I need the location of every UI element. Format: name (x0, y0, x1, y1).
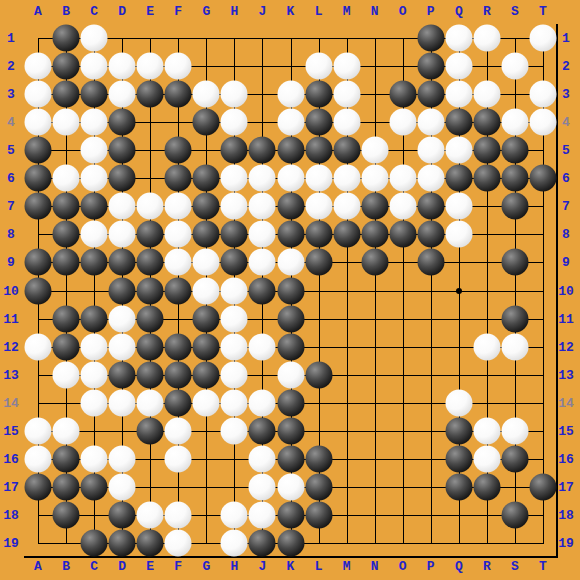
stone-white-A15[interactable] (25, 417, 52, 444)
stone-black-L8[interactable] (305, 221, 332, 248)
stone-black-J19[interactable] (249, 530, 276, 557)
stone-white-M3[interactable] (333, 81, 360, 108)
column-label-bottom: H (230, 560, 238, 573)
stone-white-J17[interactable] (249, 473, 276, 500)
stone-white-G10[interactable] (193, 277, 220, 304)
stone-black-M8[interactable] (333, 221, 360, 248)
stone-black-F10[interactable] (165, 277, 192, 304)
stone-white-G3[interactable] (193, 81, 220, 108)
stone-white-A4[interactable] (25, 109, 52, 136)
stone-white-H7[interactable] (221, 193, 248, 220)
column-label-top: E (146, 5, 154, 18)
column-label-bottom: M (343, 560, 351, 573)
stone-black-L4[interactable] (305, 109, 332, 136)
stone-white-M6[interactable] (333, 165, 360, 192)
stone-black-B2[interactable] (53, 53, 80, 80)
stone-black-F14[interactable] (165, 389, 192, 416)
stone-white-F16[interactable] (165, 445, 192, 472)
stone-white-J12[interactable] (249, 333, 276, 360)
stone-white-B15[interactable] (53, 417, 80, 444)
stone-black-P8[interactable] (417, 221, 444, 248)
stone-white-H11[interactable] (221, 305, 248, 332)
row-label-left: 12 (3, 340, 19, 353)
column-label-top: N (371, 5, 379, 18)
column-label-top: M (343, 5, 351, 18)
stone-black-G8[interactable] (193, 221, 220, 248)
stone-white-D17[interactable] (109, 473, 136, 500)
stone-black-G6[interactable] (193, 165, 220, 192)
stone-white-P4[interactable] (417, 109, 444, 136)
column-label-top: D (118, 5, 126, 18)
stone-black-K8[interactable] (277, 221, 304, 248)
stone-black-A5[interactable] (25, 137, 52, 164)
stone-white-F18[interactable] (165, 501, 192, 528)
column-label-top: S (511, 5, 519, 18)
stone-black-C19[interactable] (81, 530, 108, 557)
stone-black-G11[interactable] (193, 305, 220, 332)
row-label-left: 5 (7, 144, 15, 157)
row-label-right: 17 (558, 480, 574, 493)
stone-white-E2[interactable] (137, 53, 164, 80)
stone-white-A3[interactable] (25, 81, 52, 108)
stone-white-F8[interactable] (165, 221, 192, 248)
stone-black-K11[interactable] (277, 305, 304, 332)
stone-black-B7[interactable] (53, 193, 80, 220)
row-label-left: 11 (3, 312, 19, 325)
stone-black-Q17[interactable] (445, 473, 472, 500)
stone-black-P7[interactable] (417, 193, 444, 220)
stone-black-R17[interactable] (473, 473, 500, 500)
row-label-right: 15 (558, 424, 574, 437)
stone-white-N6[interactable] (361, 165, 388, 192)
stone-black-J5[interactable] (249, 137, 276, 164)
stone-black-T17[interactable] (530, 473, 557, 500)
stone-white-D14[interactable] (109, 389, 136, 416)
stone-black-F6[interactable] (165, 165, 192, 192)
stone-black-S16[interactable] (501, 445, 528, 472)
stone-black-C7[interactable] (81, 193, 108, 220)
column-label-top: H (230, 5, 238, 18)
stone-black-A17[interactable] (25, 473, 52, 500)
column-label-bottom: J (259, 560, 267, 573)
column-label-bottom: R (483, 560, 491, 573)
stone-white-D12[interactable] (109, 333, 136, 360)
stone-black-E11[interactable] (137, 305, 164, 332)
stone-black-P3[interactable] (417, 81, 444, 108)
stone-white-J8[interactable] (249, 221, 276, 248)
stone-white-J14[interactable] (249, 389, 276, 416)
row-label-right: 1 (562, 32, 570, 45)
stone-black-L13[interactable] (305, 361, 332, 388)
stone-black-K7[interactable] (277, 193, 304, 220)
stone-white-A2[interactable] (25, 53, 52, 80)
column-label-bottom: A (34, 560, 42, 573)
stone-white-H13[interactable] (221, 361, 248, 388)
row-label-left: 7 (7, 200, 15, 213)
stone-white-H12[interactable] (221, 333, 248, 360)
stone-black-R4[interactable] (473, 109, 500, 136)
column-label-bottom: D (118, 560, 126, 573)
row-label-right: 5 (562, 144, 570, 157)
star-point (456, 288, 462, 294)
stone-black-E12[interactable] (137, 333, 164, 360)
stone-white-K4[interactable] (277, 109, 304, 136)
stone-white-T4[interactable] (530, 109, 557, 136)
stone-white-P5[interactable] (417, 137, 444, 164)
column-label-bottom: T (539, 560, 547, 573)
stone-white-T3[interactable] (530, 81, 557, 108)
stone-white-S2[interactable] (501, 53, 528, 80)
grid-line-vertical (375, 38, 376, 544)
row-label-left: 18 (3, 508, 19, 521)
stone-white-F19[interactable] (165, 530, 192, 557)
row-label-right: 19 (558, 537, 574, 550)
stone-black-L5[interactable] (305, 137, 332, 164)
row-label-right: 4 (562, 116, 570, 129)
stone-black-E19[interactable] (137, 530, 164, 557)
stone-white-L2[interactable] (305, 53, 332, 80)
stone-white-C13[interactable] (81, 361, 108, 388)
stone-black-C9[interactable] (81, 249, 108, 276)
stone-white-K17[interactable] (277, 473, 304, 500)
column-label-bottom: K (287, 560, 295, 573)
stone-white-D2[interactable] (109, 53, 136, 80)
stone-black-A7[interactable] (25, 193, 52, 220)
stone-black-Q6[interactable] (445, 165, 472, 192)
row-label-right: 6 (562, 172, 570, 185)
row-label-left: 8 (7, 228, 15, 241)
column-label-bottom: S (511, 560, 519, 573)
stone-black-K18[interactable] (277, 501, 304, 528)
stone-white-B6[interactable] (53, 165, 80, 192)
column-label-bottom: C (90, 560, 98, 573)
row-label-right: 12 (558, 340, 574, 353)
row-label-right: 7 (562, 200, 570, 213)
stone-black-G7[interactable] (193, 193, 220, 220)
stone-white-E7[interactable] (137, 193, 164, 220)
stone-black-A6[interactable] (25, 165, 52, 192)
stone-white-B4[interactable] (53, 109, 80, 136)
stone-black-G12[interactable] (193, 333, 220, 360)
stone-white-J9[interactable] (249, 249, 276, 276)
column-label-top: Q (455, 5, 463, 18)
stone-white-Q8[interactable] (445, 221, 472, 248)
stone-white-K13[interactable] (277, 361, 304, 388)
stone-white-J16[interactable] (249, 445, 276, 472)
stone-black-F5[interactable] (165, 137, 192, 164)
stone-white-T1[interactable] (530, 25, 557, 52)
stone-black-T6[interactable] (530, 165, 557, 192)
stone-white-C8[interactable] (81, 221, 108, 248)
stone-black-B16[interactable] (53, 445, 80, 472)
stone-white-J7[interactable] (249, 193, 276, 220)
stone-black-D19[interactable] (109, 530, 136, 557)
stone-white-J18[interactable] (249, 501, 276, 528)
stone-white-C1[interactable] (81, 25, 108, 52)
stone-white-F9[interactable] (165, 249, 192, 276)
column-label-bottom: Q (455, 560, 463, 573)
stone-white-A12[interactable] (25, 333, 52, 360)
stone-black-D4[interactable] (109, 109, 136, 136)
stone-black-E15[interactable] (137, 417, 164, 444)
stone-black-L18[interactable] (305, 501, 332, 528)
row-label-left: 15 (3, 424, 19, 437)
stone-black-L17[interactable] (305, 473, 332, 500)
stone-white-P6[interactable] (417, 165, 444, 192)
stone-black-B18[interactable] (53, 501, 80, 528)
stone-black-S7[interactable] (501, 193, 528, 220)
stone-black-B8[interactable] (53, 221, 80, 248)
stone-black-C17[interactable] (81, 473, 108, 500)
stone-black-N7[interactable] (361, 193, 388, 220)
stone-white-D16[interactable] (109, 445, 136, 472)
stone-black-P1[interactable] (417, 25, 444, 52)
stone-black-K5[interactable] (277, 137, 304, 164)
row-label-right: 3 (562, 88, 570, 101)
stone-white-K3[interactable] (277, 81, 304, 108)
stone-black-S6[interactable] (501, 165, 528, 192)
row-label-left: 16 (3, 452, 19, 465)
stone-white-G14[interactable] (193, 389, 220, 416)
row-label-left: 4 (7, 116, 15, 129)
row-label-right: 10 (558, 284, 574, 297)
stone-black-D9[interactable] (109, 249, 136, 276)
stone-white-F15[interactable] (165, 417, 192, 444)
stone-black-R5[interactable] (473, 137, 500, 164)
stone-white-Q1[interactable] (445, 25, 472, 52)
stone-black-L9[interactable] (305, 249, 332, 276)
stone-black-H5[interactable] (221, 137, 248, 164)
stone-white-J6[interactable] (249, 165, 276, 192)
row-label-left: 10 (3, 284, 19, 297)
row-label-left: 6 (7, 172, 15, 185)
stone-black-M5[interactable] (333, 137, 360, 164)
stone-white-Q5[interactable] (445, 137, 472, 164)
column-label-top: F (174, 5, 182, 18)
row-label-right: 13 (558, 368, 574, 381)
stone-black-J10[interactable] (249, 277, 276, 304)
stone-black-D10[interactable] (109, 277, 136, 304)
row-label-right: 9 (562, 256, 570, 269)
stone-black-R6[interactable] (473, 165, 500, 192)
row-label-right: 16 (558, 452, 574, 465)
row-label-right: 11 (558, 312, 574, 325)
stone-white-O4[interactable] (389, 109, 416, 136)
go-board[interactable]: AABBCCDDEEFFGGHHJJKKLLMMNNOOPPQQRRSSTT11… (0, 0, 580, 580)
stone-white-L6[interactable] (305, 165, 332, 192)
stone-black-B11[interactable] (53, 305, 80, 332)
stone-white-K9[interactable] (277, 249, 304, 276)
stone-black-P9[interactable] (417, 249, 444, 276)
stone-black-C11[interactable] (81, 305, 108, 332)
column-label-bottom: B (62, 560, 70, 573)
stone-black-A9[interactable] (25, 249, 52, 276)
column-label-top: K (287, 5, 295, 18)
stone-black-B12[interactable] (53, 333, 80, 360)
stone-white-N5[interactable] (361, 137, 388, 164)
stone-black-E10[interactable] (137, 277, 164, 304)
stone-black-E13[interactable] (137, 361, 164, 388)
row-label-left: 1 (7, 32, 15, 45)
stone-black-G4[interactable] (193, 109, 220, 136)
stone-black-K14[interactable] (277, 389, 304, 416)
stone-white-C14[interactable] (81, 389, 108, 416)
stone-white-C16[interactable] (81, 445, 108, 472)
stone-white-Q3[interactable] (445, 81, 472, 108)
stone-white-Q2[interactable] (445, 53, 472, 80)
stone-black-K10[interactable] (277, 277, 304, 304)
stone-white-H18[interactable] (221, 501, 248, 528)
stone-white-C5[interactable] (81, 137, 108, 164)
stone-white-D7[interactable] (109, 193, 136, 220)
stone-black-F12[interactable] (165, 333, 192, 360)
row-label-right: 14 (558, 396, 574, 409)
column-label-bottom: G (202, 560, 210, 573)
stone-black-L16[interactable] (305, 445, 332, 472)
stone-black-E9[interactable] (137, 249, 164, 276)
stone-white-R1[interactable] (473, 25, 500, 52)
stone-black-Q4[interactable] (445, 109, 472, 136)
stone-white-K6[interactable] (277, 165, 304, 192)
column-label-top: P (427, 5, 435, 18)
stone-black-D18[interactable] (109, 501, 136, 528)
stone-white-F2[interactable] (165, 53, 192, 80)
stone-white-Q14[interactable] (445, 389, 472, 416)
stone-white-L7[interactable] (305, 193, 332, 220)
column-label-top: A (34, 5, 42, 18)
stone-black-G13[interactable] (193, 361, 220, 388)
column-label-top: R (483, 5, 491, 18)
stone-black-O3[interactable] (389, 81, 416, 108)
stone-white-Q7[interactable] (445, 193, 472, 220)
stone-white-S15[interactable] (501, 417, 528, 444)
stone-white-E14[interactable] (137, 389, 164, 416)
column-label-bottom: P (427, 560, 435, 573)
stone-black-J15[interactable] (249, 417, 276, 444)
row-label-left: 14 (3, 396, 19, 409)
stone-white-G9[interactable] (193, 249, 220, 276)
stone-white-H6[interactable] (221, 165, 248, 192)
stone-black-S5[interactable] (501, 137, 528, 164)
stone-white-D11[interactable] (109, 305, 136, 332)
column-label-bottom: E (146, 560, 154, 573)
stone-white-R16[interactable] (473, 445, 500, 472)
stone-white-H15[interactable] (221, 417, 248, 444)
stone-white-R12[interactable] (473, 333, 500, 360)
stone-white-R15[interactable] (473, 417, 500, 444)
stone-white-B13[interactable] (53, 361, 80, 388)
row-label-left: 19 (3, 537, 19, 550)
column-label-bottom: O (399, 560, 407, 573)
stone-black-D6[interactable] (109, 165, 136, 192)
stone-black-D5[interactable] (109, 137, 136, 164)
stone-white-M2[interactable] (333, 53, 360, 80)
stone-black-C3[interactable] (81, 81, 108, 108)
stone-white-H10[interactable] (221, 277, 248, 304)
stone-white-C12[interactable] (81, 333, 108, 360)
stone-black-B3[interactable] (53, 81, 80, 108)
column-label-top: T (539, 5, 547, 18)
stone-white-A16[interactable] (25, 445, 52, 472)
stone-white-H19[interactable] (221, 530, 248, 557)
stone-white-D3[interactable] (109, 81, 136, 108)
stone-black-N8[interactable] (361, 221, 388, 248)
stone-white-H3[interactable] (221, 81, 248, 108)
stone-black-K12[interactable] (277, 333, 304, 360)
stone-white-H14[interactable] (221, 389, 248, 416)
stone-white-S12[interactable] (501, 333, 528, 360)
column-label-top: B (62, 5, 70, 18)
column-label-bottom: F (174, 560, 182, 573)
column-label-top: O (399, 5, 407, 18)
stone-white-E18[interactable] (137, 501, 164, 528)
stone-white-D8[interactable] (109, 221, 136, 248)
row-label-right: 2 (562, 60, 570, 73)
stone-black-D13[interactable] (109, 361, 136, 388)
stone-white-M7[interactable] (333, 193, 360, 220)
row-label-left: 9 (7, 256, 15, 269)
stone-black-E8[interactable] (137, 221, 164, 248)
stone-black-L3[interactable] (305, 81, 332, 108)
stone-white-H4[interactable] (221, 109, 248, 136)
stone-black-S18[interactable] (501, 501, 528, 528)
row-label-right: 8 (562, 228, 570, 241)
stone-black-H9[interactable] (221, 249, 248, 276)
row-label-left: 2 (7, 60, 15, 73)
row-label-right: 18 (558, 508, 574, 521)
stone-black-K16[interactable] (277, 445, 304, 472)
stone-black-O8[interactable] (389, 221, 416, 248)
row-label-left: 17 (3, 480, 19, 493)
column-label-bottom: L (315, 560, 323, 573)
column-label-top: G (202, 5, 210, 18)
stone-white-M4[interactable] (333, 109, 360, 136)
column-label-top: C (90, 5, 98, 18)
column-label-top: J (259, 5, 267, 18)
stone-white-S4[interactable] (501, 109, 528, 136)
stone-black-S11[interactable] (501, 305, 528, 332)
stone-white-R3[interactable] (473, 81, 500, 108)
stone-white-C6[interactable] (81, 165, 108, 192)
stone-black-B9[interactable] (53, 249, 80, 276)
stone-white-F7[interactable] (165, 193, 192, 220)
stone-white-C2[interactable] (81, 53, 108, 80)
stone-black-K15[interactable] (277, 417, 304, 444)
stone-black-S9[interactable] (501, 249, 528, 276)
stone-white-C4[interactable] (81, 109, 108, 136)
stone-black-Q15[interactable] (445, 417, 472, 444)
stone-black-K19[interactable] (277, 530, 304, 557)
stone-black-B1[interactable] (53, 25, 80, 52)
stone-black-A10[interactable] (25, 277, 52, 304)
column-label-bottom: N (371, 560, 379, 573)
stone-white-O7[interactable] (389, 193, 416, 220)
stone-black-E3[interactable] (137, 81, 164, 108)
stone-black-F3[interactable] (165, 81, 192, 108)
stone-white-O6[interactable] (389, 165, 416, 192)
stone-black-P2[interactable] (417, 53, 444, 80)
stone-black-H8[interactable] (221, 221, 248, 248)
stone-black-B17[interactable] (53, 473, 80, 500)
stone-black-N9[interactable] (361, 249, 388, 276)
column-label-top: L (315, 5, 323, 18)
row-label-left: 13 (3, 368, 19, 381)
stone-black-Q16[interactable] (445, 445, 472, 472)
row-label-left: 3 (7, 88, 15, 101)
stone-black-F13[interactable] (165, 361, 192, 388)
